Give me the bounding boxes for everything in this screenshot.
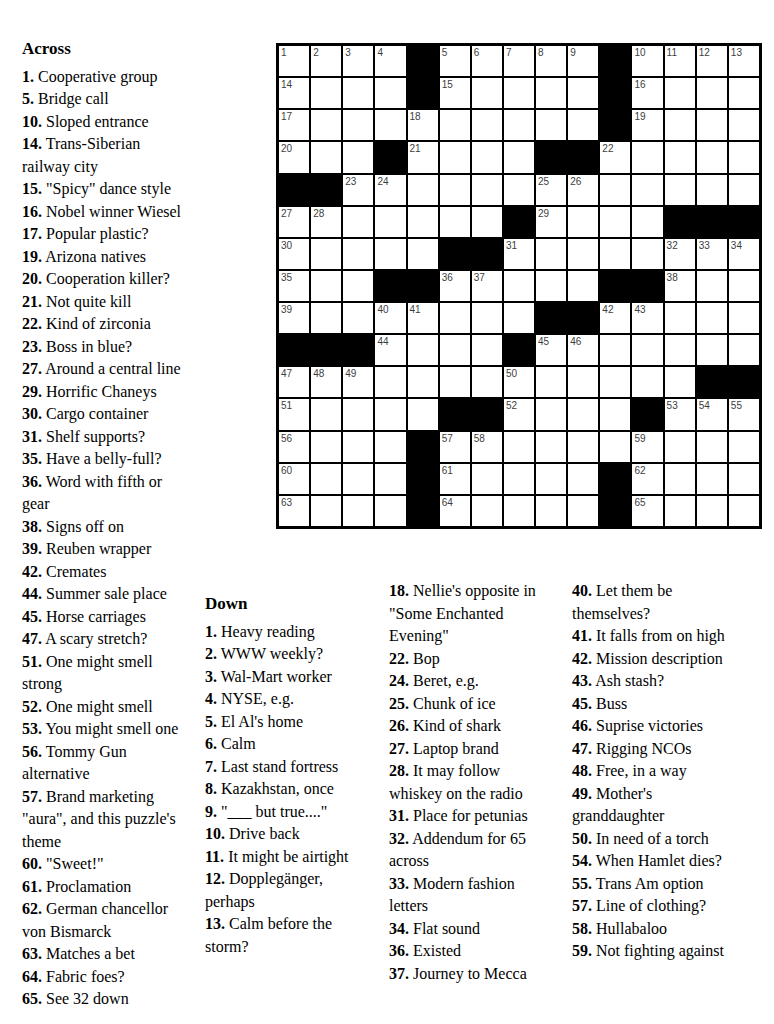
- grid-cell[interactable]: [472, 335, 502, 365]
- grid-cell[interactable]: [600, 367, 630, 397]
- clue-text: Kind of shark: [413, 717, 501, 734]
- grid-cell[interactable]: [568, 367, 598, 397]
- cell-number: 65: [634, 497, 645, 508]
- black-square: [600, 78, 630, 108]
- clue-text: Sloped entrance: [46, 113, 149, 130]
- black-square: [504, 335, 534, 365]
- grid-cell[interactable]: [472, 110, 502, 140]
- clue-number: 47.: [572, 740, 592, 757]
- grid-cell[interactable]: 46: [568, 335, 598, 365]
- clue-text: Have a belly-full?: [46, 450, 162, 467]
- clue-number: 10.: [22, 113, 42, 130]
- clue-number: 61.: [22, 878, 42, 895]
- grid-cell[interactable]: 17: [279, 110, 309, 140]
- grid-cell[interactable]: [665, 367, 695, 397]
- grid-cell[interactable]: [697, 335, 727, 365]
- grid-cell[interactable]: [472, 175, 502, 205]
- grid-cell[interactable]: 42: [600, 303, 630, 333]
- cell-number: 3: [345, 47, 351, 58]
- clue-text: It might be airtight: [228, 848, 348, 865]
- grid-cell[interactable]: [665, 78, 695, 108]
- grid-cell[interactable]: [600, 399, 630, 429]
- black-square: [279, 335, 309, 365]
- grid-cell[interactable]: [536, 239, 566, 269]
- grid-cell[interactable]: [440, 175, 470, 205]
- crossword-grid: 1234567891011121314151617181920212223242…: [276, 43, 762, 529]
- clue-number: 13.: [205, 915, 225, 932]
- grid-cell[interactable]: [665, 335, 695, 365]
- clue-number: 31.: [22, 428, 42, 445]
- grid-cell[interactable]: [408, 399, 438, 429]
- clue-number: 26.: [389, 717, 409, 734]
- clue-number: 22.: [389, 650, 409, 667]
- grid-cell[interactable]: 50: [504, 367, 534, 397]
- grid-cell[interactable]: 13: [729, 46, 759, 76]
- black-square: [343, 335, 373, 365]
- grid-cell[interactable]: [665, 110, 695, 140]
- grid-cell[interactable]: 40: [375, 303, 405, 333]
- clue-text: Flat sound: [413, 920, 480, 937]
- grid-cell[interactable]: [697, 496, 727, 526]
- grid-cell[interactable]: [697, 142, 727, 172]
- grid-cell[interactable]: [729, 496, 759, 526]
- down-clue-list-1: 1. Heavy reading2. WWW weekly?3. Wal-Mar…: [205, 621, 385, 959]
- clue-text: Horse carriages: [46, 608, 146, 625]
- black-square: [729, 207, 759, 237]
- grid-cell[interactable]: [697, 271, 727, 301]
- grid-cell[interactable]: 19: [632, 110, 662, 140]
- grid-cell[interactable]: 10: [632, 46, 662, 76]
- grid-cell[interactable]: 25: [536, 175, 566, 205]
- grid-cell[interactable]: [343, 464, 373, 494]
- grid-cell[interactable]: [536, 110, 566, 140]
- grid-cell[interactable]: 37: [472, 271, 502, 301]
- grid-cell[interactable]: 9: [568, 46, 598, 76]
- grid-cell[interactable]: [375, 110, 405, 140]
- black-square: [600, 496, 630, 526]
- grid-cell[interactable]: 62: [632, 464, 662, 494]
- grid-cell[interactable]: 44: [375, 335, 405, 365]
- clue-number: 57.: [572, 897, 592, 914]
- grid-cell[interactable]: [504, 78, 534, 108]
- grid-cell[interactable]: [375, 239, 405, 269]
- grid-cell[interactable]: [375, 464, 405, 494]
- grid-cell[interactable]: 20: [279, 142, 309, 172]
- clue-text: Popular plastic?: [46, 225, 149, 242]
- cell-number: 38: [667, 272, 678, 283]
- clue-text: Bridge call: [38, 90, 109, 107]
- grid-cell[interactable]: [632, 142, 662, 172]
- cell-number: 30: [281, 240, 292, 251]
- grid-cell[interactable]: [343, 207, 373, 237]
- clue-number: 58.: [572, 920, 592, 937]
- down-clue-list-2: 18. Nellie's opposite in "Some Enchanted…: [389, 580, 569, 985]
- grid-cell[interactable]: [600, 432, 630, 462]
- grid-cell[interactable]: [729, 78, 759, 108]
- clue-number: 56.: [22, 743, 42, 760]
- grid-cell[interactable]: [311, 464, 341, 494]
- grid-cell[interactable]: [632, 175, 662, 205]
- grid-cell[interactable]: [568, 464, 598, 494]
- black-square: [600, 46, 630, 76]
- black-square: [536, 303, 566, 333]
- grid-cell[interactable]: 49: [343, 367, 373, 397]
- clue-text: Drive back: [229, 825, 300, 842]
- clue-number: 52.: [22, 698, 42, 715]
- grid-cell[interactable]: [600, 175, 630, 205]
- grid-cell[interactable]: 14: [279, 78, 309, 108]
- clue-number: 23.: [22, 338, 42, 355]
- cell-number: 15: [442, 79, 453, 90]
- black-square: [632, 399, 662, 429]
- grid-cell[interactable]: 36: [440, 271, 470, 301]
- clue-text: Brand marketing "aura", and this puzzle'…: [22, 788, 176, 850]
- clue-number: 5.: [205, 713, 217, 730]
- grid-cell[interactable]: [536, 367, 566, 397]
- clue-number: 57.: [22, 788, 42, 805]
- grid-cell[interactable]: 15: [440, 78, 470, 108]
- grid-cell[interactable]: [504, 142, 534, 172]
- clue: 2. WWW weekly?: [205, 643, 385, 666]
- grid-cell[interactable]: [504, 432, 534, 462]
- grid-cell[interactable]: 51: [279, 399, 309, 429]
- grid-cell[interactable]: [375, 78, 405, 108]
- clue-number: 35.: [22, 450, 42, 467]
- grid-cell[interactable]: [311, 271, 341, 301]
- grid-cell[interactable]: [729, 432, 759, 462]
- grid-cell[interactable]: [311, 496, 341, 526]
- grid-cell[interactable]: [472, 78, 502, 108]
- grid-cell[interactable]: [536, 432, 566, 462]
- grid-cell[interactable]: [536, 464, 566, 494]
- clue: 32. Addendum for 65 across: [389, 828, 569, 873]
- grid-cell[interactable]: [408, 367, 438, 397]
- grid-cell[interactable]: 1: [279, 46, 309, 76]
- grid-cell[interactable]: [665, 432, 695, 462]
- grid-cell[interactable]: 8: [536, 46, 566, 76]
- cell-number: 6: [474, 47, 480, 58]
- grid-cell[interactable]: 39: [279, 303, 309, 333]
- grid-cell[interactable]: [600, 207, 630, 237]
- grid-cell[interactable]: 59: [632, 432, 662, 462]
- clue-text: Cargo container: [46, 405, 148, 422]
- grid-cell[interactable]: [729, 335, 759, 365]
- grid-cell[interactable]: [568, 207, 598, 237]
- clue-number: 7.: [205, 758, 217, 775]
- grid-cell[interactable]: 34: [729, 239, 759, 269]
- grid-cell[interactable]: [665, 303, 695, 333]
- cell-number: 17: [281, 111, 292, 122]
- clue: 10. Sloped entrance: [22, 111, 274, 134]
- cell-number: 20: [281, 143, 292, 154]
- grid-cell[interactable]: 32: [665, 239, 695, 269]
- clue-number: 30.: [22, 405, 42, 422]
- grid-cell[interactable]: [440, 110, 470, 140]
- grid-cell[interactable]: [568, 399, 598, 429]
- grid-cell[interactable]: 48: [311, 367, 341, 397]
- black-square: [375, 271, 405, 301]
- clue: 24. Beret, e.g.: [389, 670, 569, 693]
- clue-text: Buss: [596, 695, 627, 712]
- grid-cell[interactable]: 5: [440, 46, 470, 76]
- grid-cell[interactable]: [665, 464, 695, 494]
- grid-cell[interactable]: [697, 464, 727, 494]
- clue: 54. When Hamlet dies?: [572, 850, 772, 873]
- grid-cell[interactable]: [665, 496, 695, 526]
- grid-cell[interactable]: [729, 142, 759, 172]
- grid-cell[interactable]: [504, 110, 534, 140]
- clue-number: 43.: [572, 672, 592, 689]
- grid-cell[interactable]: [729, 464, 759, 494]
- clue: 35. Have a belly-full?: [22, 448, 274, 471]
- grid-cell[interactable]: [729, 271, 759, 301]
- grid-cell[interactable]: 53: [665, 399, 695, 429]
- cell-number: 19: [634, 111, 645, 122]
- grid-cell[interactable]: [697, 78, 727, 108]
- grid-cell[interactable]: [632, 335, 662, 365]
- grid-cell[interactable]: 4: [375, 46, 405, 76]
- grid-cell[interactable]: [375, 496, 405, 526]
- grid-cell[interactable]: 2: [311, 46, 341, 76]
- clue-number: 20.: [22, 270, 42, 287]
- grid-cell[interactable]: 31: [504, 239, 534, 269]
- grid-cell[interactable]: 7: [504, 46, 534, 76]
- down-section-col2: 18. Nellie's opposite in "Some Enchanted…: [389, 580, 569, 985]
- grid-cell[interactable]: [472, 207, 502, 237]
- clue-text: Laptop brand: [413, 740, 499, 757]
- grid-cell[interactable]: 33: [697, 239, 727, 269]
- grid-cell[interactable]: [697, 303, 727, 333]
- grid-cell[interactable]: [729, 303, 759, 333]
- grid-cell[interactable]: 57: [440, 432, 470, 462]
- clue: 17. Popular plastic?: [22, 223, 274, 246]
- grid-cell[interactable]: 23: [343, 175, 373, 205]
- grid-cell[interactable]: [697, 110, 727, 140]
- clue: 42. Mission description: [572, 648, 772, 671]
- grid-cell[interactable]: [375, 207, 405, 237]
- grid-cell[interactable]: [311, 432, 341, 462]
- grid-cell[interactable]: 65: [632, 496, 662, 526]
- clue: 40. Let them be themselves?: [572, 580, 772, 625]
- clue-number: 65.: [22, 990, 42, 1007]
- grid-cell[interactable]: [504, 496, 534, 526]
- grid-cell[interactable]: [568, 432, 598, 462]
- grid-cell[interactable]: 58: [472, 432, 502, 462]
- grid-cell[interactable]: 18: [408, 110, 438, 140]
- cell-number: 1: [281, 47, 287, 58]
- grid-cell[interactable]: [408, 335, 438, 365]
- grid-cell[interactable]: [343, 239, 373, 269]
- grid-cell[interactable]: [343, 142, 373, 172]
- clue: 28. It may follow whiskey on the radio: [389, 760, 569, 805]
- grid-cell[interactable]: [697, 432, 727, 462]
- grid-cell[interactable]: [343, 271, 373, 301]
- grid-cell[interactable]: [472, 464, 502, 494]
- grid-cell[interactable]: [665, 142, 695, 172]
- grid-cell[interactable]: [343, 110, 373, 140]
- clue-number: 15.: [22, 180, 42, 197]
- clue: 37. Journey to Mecca: [389, 963, 569, 986]
- cell-number: 22: [602, 143, 613, 154]
- grid-cell[interactable]: [472, 367, 502, 397]
- grid-cell[interactable]: 61: [440, 464, 470, 494]
- grid-cell[interactable]: 26: [568, 175, 598, 205]
- grid-cell[interactable]: 45: [536, 335, 566, 365]
- grid-cell[interactable]: [632, 367, 662, 397]
- grid-cell[interactable]: [536, 496, 566, 526]
- grid-cell[interactable]: [408, 207, 438, 237]
- grid-cell[interactable]: 52: [504, 399, 534, 429]
- grid-cell[interactable]: [311, 110, 341, 140]
- grid-cell[interactable]: 29: [536, 207, 566, 237]
- grid-cell[interactable]: 47: [279, 367, 309, 397]
- grid-cell[interactable]: 55: [729, 399, 759, 429]
- grid-cell[interactable]: 35: [279, 271, 309, 301]
- clue-number: 59.: [572, 942, 592, 959]
- grid-cell[interactable]: [632, 207, 662, 237]
- grid-cell[interactable]: 30: [279, 239, 309, 269]
- cell-number: 33: [699, 240, 710, 251]
- cell-number: 46: [570, 336, 581, 347]
- grid-cell[interactable]: [697, 175, 727, 205]
- clue: 42. Cremates: [22, 561, 274, 584]
- cell-number: 63: [281, 497, 292, 508]
- clue-number: 51.: [22, 653, 42, 670]
- grid-cell[interactable]: 43: [632, 303, 662, 333]
- grid-cell[interactable]: [311, 78, 341, 108]
- grid-cell[interactable]: 16: [632, 78, 662, 108]
- grid-cell[interactable]: 54: [697, 399, 727, 429]
- grid-cell[interactable]: [568, 239, 598, 269]
- clue-number: 21.: [22, 293, 42, 310]
- clue-number: 28.: [389, 762, 409, 779]
- clue-text: NYSE, e.g.: [221, 690, 294, 707]
- clue-number: 3.: [205, 668, 217, 685]
- clue: 3. Wal-Mart worker: [205, 666, 385, 689]
- clue-text: Summer sale place: [46, 585, 167, 602]
- clue-text: "___ but true....": [221, 803, 327, 820]
- clue-text: Fabric foes?: [46, 968, 125, 985]
- grid-cell[interactable]: [343, 399, 373, 429]
- grid-cell[interactable]: [311, 142, 341, 172]
- grid-cell[interactable]: [665, 175, 695, 205]
- grid-cell[interactable]: 12: [697, 46, 727, 76]
- grid-cell[interactable]: [504, 271, 534, 301]
- grid-cell[interactable]: [504, 303, 534, 333]
- grid-cell[interactable]: [536, 78, 566, 108]
- grid-cell[interactable]: [440, 367, 470, 397]
- cell-number: 61: [442, 465, 453, 476]
- cell-number: 2: [313, 47, 319, 58]
- grid-cell[interactable]: 41: [408, 303, 438, 333]
- clue-number: 1.: [22, 68, 34, 85]
- grid-cell[interactable]: 38: [665, 271, 695, 301]
- grid-cell[interactable]: [729, 110, 759, 140]
- clue-text: El Al's home: [221, 713, 303, 730]
- clue: 27. Around a central line: [22, 358, 274, 381]
- clue-number: 1.: [205, 623, 217, 640]
- grid-cell[interactable]: [343, 496, 373, 526]
- grid-cell[interactable]: [408, 175, 438, 205]
- clue-number: 29.: [22, 383, 42, 400]
- grid-cell[interactable]: [311, 399, 341, 429]
- grid-cell[interactable]: [568, 78, 598, 108]
- clue: 33. Modern fashion letters: [389, 873, 569, 918]
- cell-number: 59: [634, 433, 645, 444]
- clue-text: Hullabaloo: [596, 920, 667, 937]
- clue-number: 27.: [389, 740, 409, 757]
- grid-cell[interactable]: [600, 335, 630, 365]
- clue-number: 12.: [205, 870, 225, 887]
- grid-cell[interactable]: [343, 432, 373, 462]
- black-square: [408, 271, 438, 301]
- grid-cell[interactable]: [472, 303, 502, 333]
- grid-cell[interactable]: 6: [472, 46, 502, 76]
- grid-cell[interactable]: [343, 78, 373, 108]
- grid-cell[interactable]: 22: [600, 142, 630, 172]
- grid-cell[interactable]: [632, 239, 662, 269]
- black-square: [440, 399, 470, 429]
- clue-text: Kind of zirconia: [46, 315, 151, 332]
- clue-number: 47.: [22, 630, 42, 647]
- grid-cell[interactable]: [375, 432, 405, 462]
- grid-cell[interactable]: [568, 110, 598, 140]
- grid-cell[interactable]: 64: [440, 496, 470, 526]
- cell-number: 51: [281, 400, 292, 411]
- grid-cell[interactable]: [568, 496, 598, 526]
- grid-cell[interactable]: [600, 239, 630, 269]
- grid-cell[interactable]: 3: [343, 46, 373, 76]
- grid-cell[interactable]: [375, 367, 405, 397]
- grid-cell[interactable]: [568, 271, 598, 301]
- grid-cell[interactable]: 11: [665, 46, 695, 76]
- grid-cell[interactable]: [311, 239, 341, 269]
- clue: 30. Cargo container: [22, 403, 274, 426]
- grid-cell[interactable]: [504, 175, 534, 205]
- clue-number: 41.: [572, 627, 592, 644]
- grid-cell[interactable]: [375, 399, 405, 429]
- grid-cell[interactable]: [440, 207, 470, 237]
- grid-cell[interactable]: 28: [311, 207, 341, 237]
- grid-cell[interactable]: 24: [375, 175, 405, 205]
- clue-number: 17.: [22, 225, 42, 242]
- grid-cell[interactable]: [536, 271, 566, 301]
- clue: 29. Horrific Chaneys: [22, 381, 274, 404]
- grid-cell[interactable]: [729, 175, 759, 205]
- grid-cell[interactable]: [440, 142, 470, 172]
- grid-cell[interactable]: 60: [279, 464, 309, 494]
- cell-number: 42: [602, 304, 613, 315]
- grid-cell[interactable]: 21: [408, 142, 438, 172]
- clue-text: Horrific Chaneys: [46, 383, 157, 400]
- grid-cell[interactable]: 56: [279, 432, 309, 462]
- cell-number: 58: [474, 433, 485, 444]
- cell-number: 48: [313, 368, 324, 379]
- grid-cell[interactable]: [504, 464, 534, 494]
- clue: 15. "Spicy" dance style: [22, 178, 274, 201]
- grid-cell[interactable]: [343, 303, 373, 333]
- grid-cell[interactable]: [311, 303, 341, 333]
- grid-cell[interactable]: 63: [279, 496, 309, 526]
- grid-cell[interactable]: 27: [279, 207, 309, 237]
- grid-cell[interactable]: [440, 303, 470, 333]
- grid-cell[interactable]: [472, 496, 502, 526]
- grid-cell[interactable]: [440, 335, 470, 365]
- grid-cell[interactable]: [536, 399, 566, 429]
- black-square: [632, 271, 662, 301]
- grid-cell[interactable]: [408, 239, 438, 269]
- grid-cell[interactable]: [472, 142, 502, 172]
